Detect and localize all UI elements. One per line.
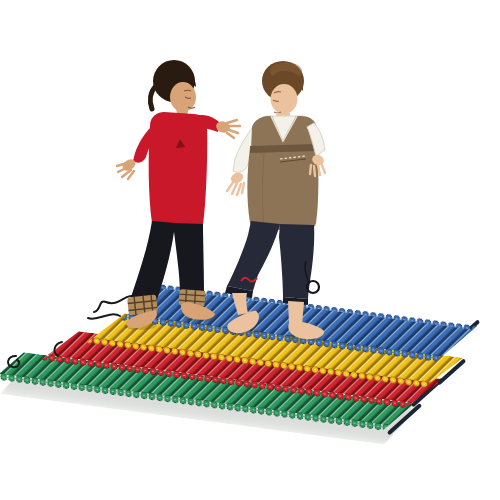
stage [0, 0, 500, 500]
